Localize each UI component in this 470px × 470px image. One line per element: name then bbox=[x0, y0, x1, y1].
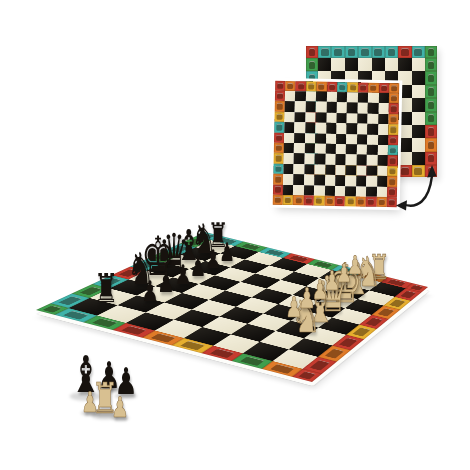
border-pictogram-icon bbox=[325, 349, 345, 359]
board-square-light bbox=[356, 165, 367, 176]
board-square-light bbox=[335, 186, 346, 197]
board-square-light bbox=[367, 155, 378, 166]
border-pictogram-icon bbox=[361, 48, 369, 55]
border-tile bbox=[283, 195, 294, 205]
board-square-dark bbox=[305, 102, 316, 113]
board-square-light bbox=[357, 124, 368, 135]
border-tile bbox=[358, 82, 369, 92]
board-square-dark bbox=[325, 165, 336, 176]
border-pictogram-icon bbox=[306, 197, 312, 203]
border-tile bbox=[274, 153, 284, 164]
border-pictogram-icon bbox=[374, 48, 382, 55]
border-tile bbox=[389, 83, 399, 93]
border-tile bbox=[293, 195, 304, 205]
border-pictogram-icon bbox=[390, 147, 396, 154]
border-pictogram-icon bbox=[428, 114, 435, 122]
board-square-light bbox=[357, 144, 368, 155]
board-square-dark bbox=[357, 113, 368, 124]
border-tile bbox=[337, 82, 348, 92]
black-pawn: ♟ bbox=[219, 239, 235, 265]
border-pictogram-icon bbox=[275, 176, 281, 183]
border-pictogram-icon bbox=[352, 327, 370, 336]
border-tile bbox=[347, 82, 358, 92]
border-pictogram-icon bbox=[401, 48, 409, 55]
board-square-dark bbox=[335, 175, 346, 186]
board-square-dark bbox=[305, 143, 316, 154]
border-pictogram-icon bbox=[428, 127, 435, 135]
board-square-light bbox=[295, 122, 306, 133]
border-pictogram-icon bbox=[390, 137, 396, 144]
border-pictogram-icon bbox=[270, 364, 294, 373]
border-pictogram-icon bbox=[309, 61, 316, 69]
border-tile bbox=[425, 112, 437, 125]
border-pictogram-icon bbox=[310, 360, 330, 370]
board-square-light bbox=[326, 113, 337, 124]
board-square-light bbox=[325, 154, 336, 165]
board-square-dark bbox=[315, 154, 326, 165]
border-pictogram-icon bbox=[275, 197, 281, 203]
board-square-dark bbox=[346, 165, 357, 176]
board-square-dark bbox=[398, 85, 411, 98]
board-square-light bbox=[347, 92, 358, 103]
board-square-light bbox=[398, 98, 411, 111]
board-square-light bbox=[378, 103, 389, 114]
border-tile bbox=[376, 197, 387, 207]
board-square-light bbox=[357, 103, 368, 114]
captured-white-pawn: ♟ bbox=[111, 393, 129, 421]
board-square-dark bbox=[377, 176, 388, 187]
board-square-dark bbox=[412, 71, 425, 84]
board-square-light bbox=[305, 112, 316, 123]
border-tile bbox=[389, 103, 399, 114]
border-pictogram-icon bbox=[210, 349, 234, 358]
border-pictogram-icon bbox=[339, 84, 345, 90]
border-tile bbox=[285, 81, 296, 91]
board-square-light bbox=[368, 93, 379, 104]
board-square-light bbox=[283, 174, 294, 185]
border-pictogram-icon bbox=[277, 103, 283, 110]
border-pictogram-icon bbox=[275, 165, 281, 172]
border-tile bbox=[368, 83, 379, 93]
board-square-light bbox=[315, 144, 326, 155]
board-square-light bbox=[412, 112, 425, 125]
black-pawn: ♟ bbox=[205, 246, 221, 272]
black-pawn: ♟ bbox=[157, 268, 175, 296]
board-square-light bbox=[337, 102, 348, 113]
border-pictogram-icon bbox=[428, 141, 435, 149]
border-tile bbox=[388, 124, 398, 135]
board-square-light bbox=[412, 138, 425, 151]
board-square-dark bbox=[294, 133, 305, 144]
border-tile bbox=[345, 196, 356, 206]
border-pictogram-icon bbox=[414, 48, 422, 55]
border-tile bbox=[275, 81, 285, 91]
board-square-dark bbox=[336, 134, 347, 145]
board-square-light bbox=[336, 144, 347, 155]
board-square-dark bbox=[326, 123, 337, 134]
board-square-dark bbox=[337, 92, 348, 103]
border-tile bbox=[335, 196, 346, 206]
border-tile bbox=[314, 195, 325, 205]
board-square-light bbox=[315, 164, 326, 175]
board-square-dark bbox=[326, 102, 337, 113]
border-pictogram-icon bbox=[275, 186, 281, 193]
border-pictogram-icon bbox=[321, 48, 329, 55]
board-square-light bbox=[412, 58, 425, 71]
board-square-light bbox=[284, 112, 295, 123]
border-tile bbox=[275, 91, 285, 102]
border-tile bbox=[274, 143, 284, 154]
border-pictogram-icon bbox=[287, 83, 293, 89]
board-square-light bbox=[326, 133, 337, 144]
border-pictogram-icon bbox=[276, 155, 282, 162]
border-tile bbox=[355, 196, 366, 206]
board-square-light bbox=[366, 176, 377, 187]
board-square-dark bbox=[347, 123, 358, 134]
black-pawn: ♟ bbox=[174, 261, 191, 288]
board-square-dark bbox=[316, 92, 327, 103]
border-pictogram-icon bbox=[390, 116, 396, 123]
border-tile bbox=[316, 82, 327, 92]
product-photo-stage: ♜♞♝♛♚♞♜♟♟♟♟♟♟♜♞♝♚♛♝♞♟♟♟♟♟♟♝♟♟♟♜♟ bbox=[0, 0, 470, 470]
board-square-light bbox=[304, 174, 315, 185]
border-pictogram-icon bbox=[339, 338, 358, 347]
border-tile bbox=[306, 46, 318, 58]
border-pictogram-icon bbox=[400, 291, 416, 299]
board-square-dark bbox=[378, 134, 389, 145]
board-square-light bbox=[356, 186, 367, 197]
border-tile bbox=[398, 46, 411, 58]
board-square-light bbox=[326, 92, 337, 103]
border-tile bbox=[273, 195, 283, 205]
border-tile bbox=[358, 46, 371, 58]
border-tile bbox=[412, 46, 425, 58]
board-square-dark bbox=[358, 92, 369, 103]
border-pictogram-icon bbox=[368, 198, 374, 204]
board-square-dark bbox=[377, 155, 388, 166]
border-pictogram-icon bbox=[295, 197, 301, 203]
board-square-light bbox=[285, 91, 296, 102]
border-tile bbox=[385, 46, 398, 58]
border-tile bbox=[425, 85, 437, 98]
border-tile bbox=[425, 71, 437, 84]
board-square-light bbox=[345, 175, 356, 186]
border-pictogram-icon bbox=[360, 84, 366, 90]
border-tile bbox=[388, 114, 398, 125]
border-tile bbox=[273, 163, 283, 174]
border-pictogram-icon bbox=[350, 84, 356, 90]
board-square-light bbox=[335, 165, 346, 176]
board-square-dark bbox=[356, 155, 367, 166]
board-square-light bbox=[358, 58, 371, 71]
border-pictogram-icon bbox=[347, 198, 353, 204]
board-square-dark bbox=[314, 175, 325, 186]
border-pictogram-icon bbox=[365, 318, 383, 327]
white-pawn: ♟ bbox=[285, 293, 303, 321]
border-pictogram-icon bbox=[377, 308, 394, 316]
board-square-dark bbox=[316, 112, 327, 123]
board-square-dark bbox=[372, 58, 385, 71]
border-pictogram-icon bbox=[298, 83, 304, 89]
border-pictogram-icon bbox=[240, 356, 264, 365]
board-square-light bbox=[385, 58, 398, 71]
border-pictogram-icon bbox=[121, 326, 146, 335]
board-square-dark bbox=[368, 103, 379, 114]
board-square-light bbox=[368, 113, 379, 124]
border-pictogram-icon bbox=[298, 371, 316, 379]
board-square-light bbox=[398, 71, 411, 84]
border-tile bbox=[295, 81, 306, 91]
board-square-dark bbox=[367, 124, 378, 135]
border-tile bbox=[425, 98, 437, 111]
board-square-light bbox=[295, 102, 306, 113]
border-pictogram-icon bbox=[389, 299, 405, 307]
border-pictogram-icon bbox=[63, 311, 88, 320]
board-square-dark bbox=[367, 145, 378, 156]
board-square-light bbox=[315, 123, 326, 134]
board-square-dark bbox=[412, 125, 425, 138]
board-square-dark bbox=[378, 93, 389, 104]
border-pictogram-icon bbox=[277, 114, 283, 121]
border-tile bbox=[331, 46, 344, 58]
border-pictogram-icon bbox=[285, 197, 291, 203]
board-square-light bbox=[346, 134, 357, 145]
border-tile bbox=[425, 58, 437, 71]
board-square-light bbox=[284, 153, 295, 164]
board-square-light bbox=[378, 124, 389, 135]
board-square-dark bbox=[398, 138, 411, 151]
board-square-dark bbox=[324, 185, 335, 196]
board-square-light bbox=[336, 123, 347, 134]
board-square-light bbox=[347, 113, 358, 124]
border-pictogram-icon bbox=[337, 198, 343, 204]
border-tile bbox=[372, 46, 385, 58]
board-square-dark bbox=[294, 174, 305, 185]
board-square-dark bbox=[315, 133, 326, 144]
black-rook: ♜ bbox=[93, 269, 118, 309]
board-square-light bbox=[346, 155, 357, 166]
border-pictogram-icon bbox=[391, 85, 397, 91]
draughts-side-board-flat bbox=[273, 81, 400, 208]
border-pictogram-icon bbox=[276, 134, 282, 141]
border-pictogram-icon bbox=[334, 48, 342, 55]
board-square-dark bbox=[336, 154, 347, 165]
board-square-light bbox=[284, 132, 295, 143]
board-square-dark bbox=[345, 58, 358, 71]
border-pictogram-icon bbox=[381, 85, 387, 91]
border-tile bbox=[366, 197, 377, 207]
board-square-dark bbox=[284, 143, 295, 154]
board-square-light bbox=[412, 85, 425, 98]
border-pictogram-icon bbox=[428, 48, 435, 55]
border-tile bbox=[274, 132, 284, 143]
board-square-dark bbox=[347, 103, 358, 114]
board-square-dark bbox=[398, 58, 411, 71]
border-pictogram-icon bbox=[390, 126, 396, 133]
border-tile bbox=[274, 111, 284, 122]
border-pictogram-icon bbox=[276, 145, 282, 152]
board-square-dark bbox=[284, 122, 295, 133]
board-square-light bbox=[294, 143, 305, 154]
board-square-light bbox=[314, 185, 325, 196]
border-tile bbox=[303, 195, 314, 205]
board-square-dark bbox=[295, 91, 306, 102]
border-tile bbox=[273, 174, 283, 185]
border-tile bbox=[327, 82, 338, 92]
border-pictogram-icon bbox=[151, 333, 176, 342]
border-pictogram-icon bbox=[180, 341, 205, 350]
border-pictogram-icon bbox=[391, 95, 397, 102]
board-square-dark bbox=[325, 144, 336, 155]
border-pictogram-icon bbox=[318, 84, 324, 90]
board-square-light bbox=[376, 186, 387, 197]
board-square-light bbox=[316, 102, 327, 113]
border-pictogram-icon bbox=[428, 74, 435, 82]
border-pictogram-icon bbox=[378, 199, 384, 205]
board-square-dark bbox=[285, 101, 296, 112]
border-tile bbox=[388, 145, 398, 156]
border-pictogram-icon bbox=[277, 93, 283, 100]
border-tile bbox=[306, 81, 317, 91]
board-square-light bbox=[306, 91, 317, 102]
border-tile bbox=[306, 58, 318, 71]
border-pictogram-icon bbox=[308, 83, 314, 89]
board-square-dark bbox=[294, 153, 305, 164]
border-pictogram-icon bbox=[428, 61, 435, 69]
border-tile bbox=[273, 184, 283, 195]
flip-arrow-icon bbox=[394, 162, 440, 214]
border-tile bbox=[425, 125, 437, 138]
board-square-dark bbox=[366, 165, 377, 176]
border-pictogram-icon bbox=[428, 87, 435, 95]
border-tile bbox=[425, 138, 437, 151]
board-square-dark bbox=[366, 186, 377, 197]
board-square-light bbox=[293, 185, 304, 196]
board-square-dark bbox=[283, 184, 294, 195]
border-pictogram-icon bbox=[92, 318, 117, 327]
board-square-dark bbox=[283, 164, 294, 175]
black-pawn: ♟ bbox=[141, 277, 159, 305]
border-pictogram-icon bbox=[329, 84, 335, 90]
board-square-light bbox=[398, 125, 411, 138]
board-square-light bbox=[367, 134, 378, 145]
board-square-light bbox=[304, 154, 315, 165]
board-square-dark bbox=[345, 186, 356, 197]
border-tile bbox=[275, 101, 285, 112]
black-pawn: ♟ bbox=[189, 253, 206, 280]
board-square-light bbox=[377, 166, 388, 177]
border-pictogram-icon bbox=[358, 198, 364, 204]
board-square-dark bbox=[357, 134, 368, 145]
border-pictogram-icon bbox=[277, 83, 283, 89]
board-square-dark bbox=[346, 144, 357, 155]
border-tile bbox=[274, 122, 284, 133]
board-square-light bbox=[325, 175, 336, 186]
border-tile bbox=[425, 46, 437, 58]
board-square-dark bbox=[304, 164, 315, 175]
board-square-light bbox=[377, 145, 388, 156]
border-pictogram-icon bbox=[326, 198, 332, 204]
border-pictogram-icon bbox=[391, 105, 397, 112]
board-square-dark bbox=[356, 176, 367, 187]
border-tile bbox=[345, 46, 358, 58]
border-pictogram-icon bbox=[309, 48, 316, 55]
board-square-light bbox=[305, 133, 316, 144]
board-square-dark bbox=[398, 112, 411, 125]
board-square-dark bbox=[412, 98, 425, 111]
border-tile bbox=[388, 135, 398, 146]
border-pictogram-icon bbox=[348, 48, 356, 55]
board-square-light bbox=[294, 164, 305, 175]
border-tile bbox=[379, 83, 390, 93]
border-tile bbox=[318, 46, 331, 58]
board-square-dark bbox=[295, 112, 306, 123]
border-pictogram-icon bbox=[276, 124, 282, 131]
board-square-dark bbox=[378, 114, 389, 125]
border-pictogram-icon bbox=[370, 85, 376, 91]
border-pictogram-icon bbox=[316, 197, 322, 203]
border-tile bbox=[389, 93, 399, 104]
board-square-light bbox=[331, 58, 344, 71]
border-pictogram-icon bbox=[428, 101, 435, 109]
border-pictogram-icon bbox=[388, 48, 396, 55]
board-square-dark bbox=[336, 113, 347, 124]
board-square-dark bbox=[318, 58, 331, 71]
board-square-dark bbox=[305, 123, 316, 134]
border-tile bbox=[324, 196, 335, 206]
board-square-dark bbox=[304, 185, 315, 196]
